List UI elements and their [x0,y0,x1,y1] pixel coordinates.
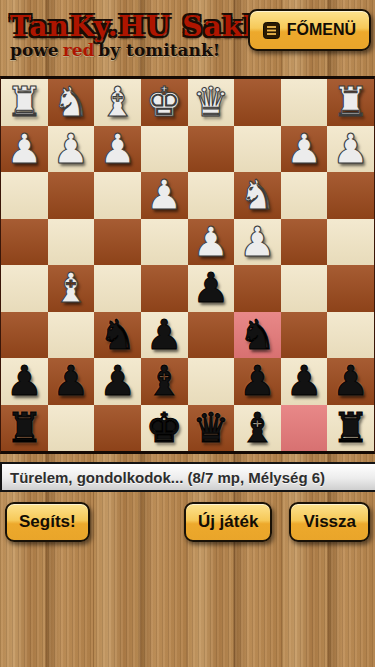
square-d8[interactable]: ♚ [141,79,188,126]
square-f2[interactable]: ♟ [234,358,281,405]
menu-list-icon [263,22,280,39]
square-f4[interactable] [234,265,281,312]
square-c7[interactable]: ♟ [94,126,141,173]
white-rook-h8: ♜ [327,79,374,126]
main-menu-button[interactable]: FŐMENÜ [248,9,371,51]
square-d2[interactable]: ♝ [141,358,188,405]
square-e6[interactable] [188,172,235,219]
black-pawn-b2: ♟ [48,358,95,405]
square-c1[interactable] [94,405,141,452]
square-g5[interactable] [281,219,328,266]
square-c4[interactable] [94,265,141,312]
square-f3[interactable]: ♞ [234,312,281,359]
black-pawn-d3: ♟ [141,312,188,359]
square-b4[interactable]: ♝ [48,265,95,312]
white-bishop-b4: ♝ [48,265,95,312]
white-king-d8: ♚ [141,79,188,126]
white-pawn-h7: ♟ [327,126,374,173]
square-b2[interactable]: ♟ [48,358,95,405]
square-a4[interactable] [1,265,48,312]
square-a2[interactable]: ♟ [1,358,48,405]
square-f6[interactable]: ♞ [234,172,281,219]
square-h8[interactable]: ♜ [327,79,374,126]
square-h2[interactable]: ♟ [327,358,374,405]
subtitle-part1: powe [10,40,59,60]
white-bishop-c8: ♝ [94,79,141,126]
square-a1[interactable]: ♜ [1,405,48,452]
square-g4[interactable] [281,265,328,312]
square-d7[interactable] [141,126,188,173]
main-menu-label: FŐMENÜ [287,21,356,39]
square-h7[interactable]: ♟ [327,126,374,173]
square-c6[interactable] [94,172,141,219]
new-game-button[interactable]: Új játék [184,502,272,542]
square-e3[interactable] [188,312,235,359]
white-knight-f6: ♞ [234,172,281,219]
square-h5[interactable] [327,219,374,266]
white-pawn-c7: ♟ [94,126,141,173]
square-f5[interactable]: ♟ [234,219,281,266]
square-b6[interactable] [48,172,95,219]
help-button[interactable]: Segíts! [5,502,90,542]
square-h1[interactable]: ♜ [327,405,374,452]
square-a7[interactable]: ♟ [1,126,48,173]
black-knight-c3: ♞ [94,312,141,359]
square-h4[interactable] [327,265,374,312]
black-rook-a1: ♜ [1,405,48,452]
black-knight-f3: ♞ [234,312,281,359]
square-a8[interactable]: ♜ [1,79,48,126]
subtitle-part2: red [63,40,95,60]
square-f1[interactable]: ♝ [234,405,281,452]
black-pawn-a2: ♟ [1,358,48,405]
square-b7[interactable]: ♟ [48,126,95,173]
square-e7[interactable] [188,126,235,173]
black-pawn-c2: ♟ [94,358,141,405]
header: TanKy.HU Sakk poweredby tomitank! FŐMENÜ [0,0,375,76]
black-bishop-f1: ♝ [234,405,281,452]
square-g3[interactable] [281,312,328,359]
square-d4[interactable] [141,265,188,312]
square-h6[interactable] [327,172,374,219]
square-g1[interactable] [281,405,328,452]
black-bishop-d2: ♝ [141,358,188,405]
square-e4[interactable]: ♟ [188,265,235,312]
square-g6[interactable] [281,172,328,219]
white-rook-a8: ♜ [1,79,48,126]
square-a6[interactable] [1,172,48,219]
square-d5[interactable] [141,219,188,266]
square-g2[interactable]: ♟ [281,358,328,405]
square-b1[interactable] [48,405,95,452]
app-title: TanKy.HU Sakk [10,10,263,43]
square-e2[interactable] [188,358,235,405]
black-pawn-g2: ♟ [281,358,328,405]
white-pawn-e5: ♟ [188,219,235,266]
square-a5[interactable] [1,219,48,266]
white-pawn-a7: ♟ [1,126,48,173]
square-d1[interactable]: ♚ [141,405,188,452]
square-b3[interactable] [48,312,95,359]
square-e8[interactable]: ♛ [188,79,235,126]
black-pawn-h2: ♟ [327,358,374,405]
action-button-row: Segíts! Új játék Vissza [0,501,375,543]
square-e1[interactable]: ♛ [188,405,235,452]
white-queen-e8: ♛ [188,79,235,126]
black-queen-e1: ♛ [188,405,235,452]
back-button[interactable]: Vissza [289,502,370,542]
status-text: Türelem, gondolkodok... (8/7 mp, Mélység… [10,469,325,486]
square-g7[interactable]: ♟ [281,126,328,173]
square-f7[interactable] [234,126,281,173]
square-b5[interactable] [48,219,95,266]
square-g8[interactable] [281,79,328,126]
square-c8[interactable]: ♝ [94,79,141,126]
square-c3[interactable]: ♞ [94,312,141,359]
app-subtitle: poweredby tomitank! [10,40,220,60]
white-pawn-b7: ♟ [48,126,95,173]
square-d3[interactable]: ♟ [141,312,188,359]
square-a3[interactable] [1,312,48,359]
square-d6[interactable]: ♟ [141,172,188,219]
black-pawn-f2: ♟ [234,358,281,405]
black-king-d1: ♚ [141,405,188,452]
square-f8[interactable] [234,79,281,126]
chess-board: ♜♞♝♚♛♜♟♟♟♟♟♟♞♟♟♝♟♞♟♞♟♟♟♝♟♟♟♜♚♛♝♜ [0,76,375,454]
white-knight-b8: ♞ [48,79,95,126]
white-pawn-g7: ♟ [281,126,328,173]
black-pawn-e4: ♟ [188,265,235,312]
subtitle-part3: by tomitank! [98,40,220,60]
square-e5[interactable]: ♟ [188,219,235,266]
square-b8[interactable]: ♞ [48,79,95,126]
black-rook-h1: ♜ [327,405,374,452]
square-c2[interactable]: ♟ [94,358,141,405]
white-pawn-f5: ♟ [234,219,281,266]
square-h3[interactable] [327,312,374,359]
white-pawn-d6: ♟ [141,172,188,219]
square-c5[interactable] [94,219,141,266]
status-bar: Türelem, gondolkodok... (8/7 mp, Mélység… [0,462,375,492]
